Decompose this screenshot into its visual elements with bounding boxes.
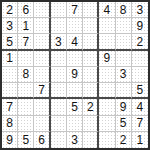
sudoku-board: 26748331957342198937575294857956321: [0, 0, 150, 150]
cell-r6c7[interactable]: [99, 83, 115, 99]
cell-r1c2[interactable]: 6: [18, 2, 34, 18]
cell-r2c6[interactable]: [83, 18, 99, 34]
cell-r7c1[interactable]: 7: [2, 99, 18, 115]
cell-r5c4[interactable]: [51, 67, 67, 83]
cell-r9c2[interactable]: 5: [18, 132, 34, 148]
cell-r9c3[interactable]: 6: [34, 132, 50, 148]
cell-r4c4[interactable]: [51, 51, 67, 67]
cell-r2c3[interactable]: [34, 18, 50, 34]
cell-r2c5[interactable]: [67, 18, 83, 34]
cell-r6c4[interactable]: [51, 83, 67, 99]
cell-r3c5[interactable]: 4: [67, 34, 83, 50]
cell-r1c1[interactable]: 2: [2, 2, 18, 18]
cell-r7c3[interactable]: [34, 99, 50, 115]
cell-r8c5[interactable]: [67, 116, 83, 132]
cell-r5c2[interactable]: 8: [18, 67, 34, 83]
cell-r9c6[interactable]: [83, 132, 99, 148]
cell-r1c9[interactable]: 3: [132, 2, 148, 18]
cell-r1c5[interactable]: 7: [67, 2, 83, 18]
cell-r5c9[interactable]: [132, 67, 148, 83]
cell-r4c7[interactable]: 9: [99, 51, 115, 67]
cell-r7c9[interactable]: 4: [132, 99, 148, 115]
cell-r8c8[interactable]: 5: [116, 116, 132, 132]
cell-r9c5[interactable]: 3: [67, 132, 83, 148]
cell-r5c3[interactable]: [34, 67, 50, 83]
cell-r2c2[interactable]: 1: [18, 18, 34, 34]
cell-r7c2[interactable]: [18, 99, 34, 115]
cell-r7c4[interactable]: [51, 99, 67, 115]
cell-r3c1[interactable]: 5: [2, 34, 18, 50]
cell-r6c2[interactable]: [18, 83, 34, 99]
cell-r8c6[interactable]: [83, 116, 99, 132]
cell-r7c6[interactable]: 2: [83, 99, 99, 115]
cell-r9c8[interactable]: 2: [116, 132, 132, 148]
cell-r3c4[interactable]: 3: [51, 34, 67, 50]
cell-r4c8[interactable]: [116, 51, 132, 67]
cell-r9c1[interactable]: 9: [2, 132, 18, 148]
cell-r6c3[interactable]: 7: [34, 83, 50, 99]
cell-r5c5[interactable]: 9: [67, 67, 83, 83]
cell-r8c3[interactable]: [34, 116, 50, 132]
cell-r2c4[interactable]: [51, 18, 67, 34]
cell-r8c4[interactable]: [51, 116, 67, 132]
cell-r6c6[interactable]: [83, 83, 99, 99]
cell-r4c3[interactable]: [34, 51, 50, 67]
cell-r3c7[interactable]: [99, 34, 115, 50]
cell-r7c5[interactable]: 5: [67, 99, 83, 115]
cell-r3c3[interactable]: [34, 34, 50, 50]
cell-r3c2[interactable]: 7: [18, 34, 34, 50]
cell-r1c7[interactable]: 4: [99, 2, 115, 18]
cell-r8c2[interactable]: [18, 116, 34, 132]
cell-r8c1[interactable]: 8: [2, 116, 18, 132]
cell-r4c6[interactable]: [83, 51, 99, 67]
cell-r6c1[interactable]: [2, 83, 18, 99]
cell-r3c8[interactable]: [116, 34, 132, 50]
cell-r6c5[interactable]: [67, 83, 83, 99]
cell-r7c8[interactable]: 9: [116, 99, 132, 115]
cell-r1c8[interactable]: 8: [116, 2, 132, 18]
cell-r5c8[interactable]: 3: [116, 67, 132, 83]
cell-r8c7[interactable]: [99, 116, 115, 132]
cell-r7c7[interactable]: [99, 99, 115, 115]
cell-r3c6[interactable]: [83, 34, 99, 50]
cell-r9c9[interactable]: 1: [132, 132, 148, 148]
cell-r2c7[interactable]: [99, 18, 115, 34]
cell-r1c3[interactable]: [34, 2, 50, 18]
cell-r4c5[interactable]: [67, 51, 83, 67]
cell-r6c9[interactable]: 5: [132, 83, 148, 99]
cell-r2c8[interactable]: [116, 18, 132, 34]
cell-r1c4[interactable]: [51, 2, 67, 18]
cell-r6c8[interactable]: [116, 83, 132, 99]
cell-r5c1[interactable]: [2, 67, 18, 83]
cell-r3c9[interactable]: 2: [132, 34, 148, 50]
cell-r9c7[interactable]: [99, 132, 115, 148]
cell-r1c6[interactable]: [83, 2, 99, 18]
cell-r4c9[interactable]: [132, 51, 148, 67]
cell-r4c2[interactable]: [18, 51, 34, 67]
cell-r2c1[interactable]: 3: [2, 18, 18, 34]
cell-r9c4[interactable]: [51, 132, 67, 148]
cell-r2c9[interactable]: 9: [132, 18, 148, 34]
cell-r5c6[interactable]: [83, 67, 99, 83]
cell-r5c7[interactable]: [99, 67, 115, 83]
cell-r4c1[interactable]: 1: [2, 51, 18, 67]
cell-r8c9[interactable]: 7: [132, 116, 148, 132]
